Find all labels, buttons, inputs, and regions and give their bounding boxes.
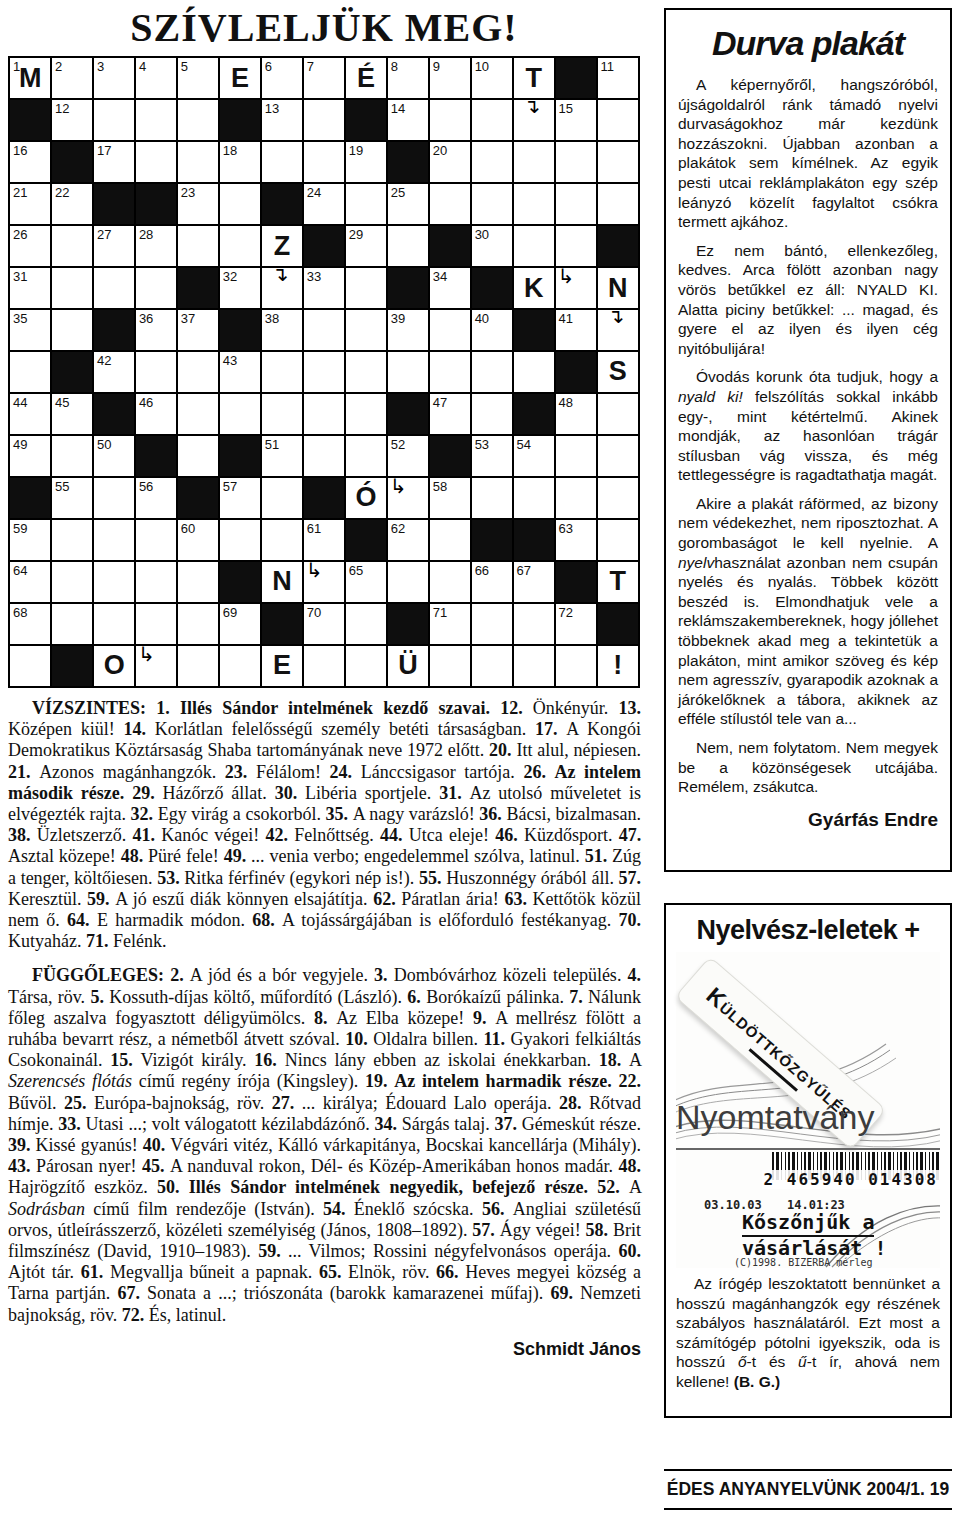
cell-r8c15[interactable]: S — [598, 352, 638, 392]
cell-r8c10[interactable] — [388, 352, 428, 392]
cell-r2c3[interactable] — [94, 100, 134, 140]
cell-r3c9[interactable]: 19 — [346, 142, 386, 182]
black-cell-r12c13 — [514, 520, 554, 560]
cell-number: 69 — [223, 605, 237, 620]
cell-r2c12[interactable] — [472, 100, 512, 140]
cell-r2c7[interactable]: 13 — [262, 100, 302, 140]
cell-r6c4[interactable] — [136, 268, 176, 308]
cell-r12c7[interactable] — [262, 520, 302, 560]
cell-r4c12[interactable] — [472, 184, 512, 224]
cell-r15c12[interactable] — [472, 646, 512, 686]
cell-r4c11[interactable] — [430, 184, 470, 224]
cell-number: 5 — [181, 59, 188, 74]
cell-r14c11[interactable]: 71 — [430, 604, 470, 644]
cell-r8c5[interactable] — [178, 352, 218, 392]
cell-number: 63 — [559, 521, 573, 536]
cell-r3c14[interactable] — [556, 142, 596, 182]
cell-r11c9[interactable]: Ó — [346, 478, 386, 518]
cell-r8c11[interactable] — [430, 352, 470, 392]
puzzle-title: SZÍVLELJÜK MEG! — [8, 4, 640, 51]
cell-r11c2[interactable]: 55 — [52, 478, 92, 518]
cell-r12c2[interactable] — [52, 520, 92, 560]
cell-r15c9[interactable] — [346, 646, 386, 686]
cell-number: 29 — [349, 227, 363, 242]
cell-number: 49 — [13, 437, 27, 452]
cell-r12c15[interactable] — [598, 520, 638, 560]
cell-number: 30 — [475, 227, 489, 242]
cell-number: 31 — [13, 269, 27, 284]
cell-number: 68 — [13, 605, 27, 620]
cell-r13c11[interactable] — [430, 562, 470, 602]
cell-r7c5[interactable]: 37 — [178, 310, 218, 350]
cell-r4c1[interactable]: 21 — [10, 184, 50, 224]
cell-r1c5[interactable]: 5 — [178, 58, 218, 98]
cell-r14c3[interactable] — [94, 604, 134, 644]
cell-letter: M — [19, 65, 42, 92]
cell-r10c10[interactable]: 52 — [388, 436, 428, 476]
article-nyelvesz-leletek: Nyelvész-leletek + KÜLDÖTTKŐZGYŰLÉS Nyom… — [664, 903, 952, 1418]
cell-r4c13[interactable] — [514, 184, 554, 224]
cell-number: 48 — [559, 395, 573, 410]
cell-r7c1[interactable]: 35 — [10, 310, 50, 350]
cell-r6c8[interactable]: 33 — [304, 268, 344, 308]
cell-r9c15[interactable] — [598, 394, 638, 434]
cell-r7c11[interactable] — [430, 310, 470, 350]
cell-number: 44 — [13, 395, 27, 410]
black-cell-r14c7 — [262, 604, 302, 644]
cell-r14c14[interactable]: 72 — [556, 604, 596, 644]
cell-r4c6[interactable] — [220, 184, 260, 224]
cell-letter: T — [610, 568, 627, 595]
article1-title: Durva plakát — [678, 24, 938, 63]
cell-r6c7[interactable]: ↴ — [262, 268, 302, 308]
cell-r3c7[interactable] — [262, 142, 302, 182]
cell-r2c11[interactable] — [430, 100, 470, 140]
black-cell-r4c7 — [262, 184, 302, 224]
cell-r5c1[interactable]: 26 — [10, 226, 50, 266]
cell-r10c8[interactable] — [304, 436, 344, 476]
black-cell-r2c9 — [346, 100, 386, 140]
cell-number: 22 — [55, 185, 69, 200]
direction-arrow-icon: ↴ — [272, 264, 289, 284]
cell-letter: ! — [613, 652, 622, 679]
article1-paragraph: Nem, nem folytatom. Nem megyek be a közö… — [678, 738, 938, 797]
cell-r10c1[interactable]: 49 — [10, 436, 50, 476]
cell-r1c6[interactable]: E — [220, 58, 260, 98]
clues-section: VÍZSZINTES: 1. Illés Sándor intelmének k… — [8, 698, 641, 1373]
cell-r11c11[interactable]: 58 — [430, 478, 470, 518]
black-cell-r15c2 — [52, 646, 92, 686]
cell-r8c7[interactable] — [262, 352, 302, 392]
cell-number: 40 — [475, 311, 489, 326]
black-cell-r6c10 — [388, 268, 428, 308]
cell-r14c2[interactable] — [52, 604, 92, 644]
cell-r5c10[interactable] — [388, 226, 428, 266]
article1-paragraph: Ez nem bántó, ellenkezőleg, kedves. Arca… — [678, 241, 938, 359]
black-cell-r5c8 — [304, 226, 344, 266]
cell-r1c1[interactable]: 1M — [10, 58, 50, 98]
cell-number: 28 — [139, 227, 153, 242]
black-cell-r10c11 — [430, 436, 470, 476]
cell-r9c4[interactable]: 46 — [136, 394, 176, 434]
cell-number: 50 — [97, 437, 111, 452]
cell-r13c13[interactable]: 67 — [514, 562, 554, 602]
cell-r12c10[interactable]: 62 — [388, 520, 428, 560]
cell-r10c14[interactable] — [556, 436, 596, 476]
cell-r14c12[interactable] — [472, 604, 512, 644]
cell-r11c7[interactable] — [262, 478, 302, 518]
cell-r3c15[interactable] — [598, 142, 638, 182]
cell-r14c13[interactable] — [514, 604, 554, 644]
receipt-line-1: Kőszőnjűk a — [742, 1210, 874, 1237]
article2-paragraph: Az írógép leszoktatott bennünket a hossz… — [676, 1274, 940, 1392]
cell-r7c9[interactable] — [346, 310, 386, 350]
receipt-scan-image: KÜLDÖTTKŐZGYŰLÉS Nyomtatvány 2 465940 01… — [676, 952, 940, 1268]
black-cell-r2c1 — [10, 100, 50, 140]
cell-r9c14[interactable]: 48 — [556, 394, 596, 434]
cell-r7c7[interactable]: 38 — [262, 310, 302, 350]
cell-r7c12[interactable]: 40 — [472, 310, 512, 350]
cell-r1c15[interactable]: 11 — [598, 58, 638, 98]
black-cell-r13c14 — [556, 562, 596, 602]
cell-r9c12[interactable] — [472, 394, 512, 434]
cell-letter: Ó — [355, 484, 376, 511]
black-cell-r1c14 — [556, 58, 596, 98]
cell-r5c12[interactable]: 30 — [472, 226, 512, 266]
cell-number: 15 — [559, 101, 573, 116]
cell-r5c7[interactable]: Z — [262, 226, 302, 266]
cell-r1c8[interactable]: 7 — [304, 58, 344, 98]
cell-r15c15[interactable]: ! — [598, 646, 638, 686]
cell-r1c10[interactable]: 8 — [388, 58, 428, 98]
cell-r2c15[interactable] — [598, 100, 638, 140]
black-cell-r7c6 — [220, 310, 260, 350]
cell-r11c14[interactable] — [556, 478, 596, 518]
cell-r2c13[interactable]: ↴ — [514, 100, 554, 140]
cell-r9c6[interactable] — [220, 394, 260, 434]
black-cell-r9c13 — [514, 394, 554, 434]
cell-r7c2[interactable] — [52, 310, 92, 350]
cell-r10c13[interactable]: 54 — [514, 436, 554, 476]
cell-number: 56 — [139, 479, 153, 494]
cell-r4c5[interactable]: 23 — [178, 184, 218, 224]
cell-number: 25 — [391, 185, 405, 200]
cell-r13c2[interactable] — [52, 562, 92, 602]
cell-r8c12[interactable] — [472, 352, 512, 392]
cell-r15c4[interactable]: ↳ — [136, 646, 176, 686]
cell-r1c2[interactable]: 2 — [52, 58, 92, 98]
cell-r8c8[interactable] — [304, 352, 344, 392]
cell-number: 55 — [55, 479, 69, 494]
cell-r5c13[interactable] — [514, 226, 554, 266]
cell-r9c1[interactable]: 44 — [10, 394, 50, 434]
cell-r2c4[interactable] — [136, 100, 176, 140]
cell-number: 58 — [433, 479, 447, 494]
cell-r5c5[interactable] — [178, 226, 218, 266]
cell-number: 3 — [97, 59, 104, 74]
cell-r8c13[interactable] — [514, 352, 554, 392]
cell-r13c9[interactable]: 65 — [346, 562, 386, 602]
cell-r4c9[interactable] — [346, 184, 386, 224]
cell-number: 71 — [433, 605, 447, 620]
cell-r1c9[interactable]: É — [346, 58, 386, 98]
cell-r8c6[interactable]: 43 — [220, 352, 260, 392]
cell-r8c9[interactable] — [346, 352, 386, 392]
cell-number: 8 — [391, 59, 398, 74]
cell-r12c6[interactable] — [220, 520, 260, 560]
cell-number: 65 — [349, 563, 363, 578]
cell-r2c10[interactable]: 14 — [388, 100, 428, 140]
cell-number: 35 — [13, 311, 27, 326]
black-cell-r10c6 — [220, 436, 260, 476]
receipt-footer: (C)1998. BIZERBA mérleg — [734, 1257, 872, 1268]
black-cell-r4c3 — [94, 184, 134, 224]
cell-r6c2[interactable] — [52, 268, 92, 308]
cell-r15c6[interactable] — [220, 646, 260, 686]
cell-r15c14[interactable] — [556, 646, 596, 686]
black-cell-r8c2 — [52, 352, 92, 392]
cell-r15c8[interactable] — [304, 646, 344, 686]
cell-r1c11[interactable]: 9 — [430, 58, 470, 98]
cell-r1c7[interactable]: 6 — [262, 58, 302, 98]
cell-r4c8[interactable]: 24 — [304, 184, 344, 224]
black-cell-r11c8 — [304, 478, 344, 518]
cell-number: 38 — [265, 311, 279, 326]
cell-r12c3[interactable] — [94, 520, 134, 560]
cell-r15c11[interactable] — [430, 646, 470, 686]
black-cell-r5c15 — [598, 226, 638, 266]
cell-r8c1[interactable] — [10, 352, 50, 392]
cell-r6c6[interactable]: 32 — [220, 268, 260, 308]
cell-number: 14 — [391, 101, 405, 116]
article1-body: A képernyőről, hangszóróból, újságoldalr… — [678, 75, 938, 797]
cell-r2c14[interactable]: 15 — [556, 100, 596, 140]
direction-arrow-icon: ↴ — [608, 306, 625, 326]
cell-r3c5[interactable] — [178, 142, 218, 182]
cell-r4c14[interactable] — [556, 184, 596, 224]
cell-letter: E — [273, 652, 291, 679]
cell-r12c4[interactable] — [136, 520, 176, 560]
cell-r7c14[interactable]: 41 — [556, 310, 596, 350]
cell-r8c4[interactable] — [136, 352, 176, 392]
cell-number: 19 — [349, 143, 363, 158]
cell-r11c13[interactable] — [514, 478, 554, 518]
cell-number: 21 — [13, 185, 27, 200]
cell-r10c5[interactable] — [178, 436, 218, 476]
cell-letter: O — [104, 652, 125, 679]
cell-r3c8[interactable] — [304, 142, 344, 182]
cell-r9c11[interactable]: 47 — [430, 394, 470, 434]
cell-r11c3[interactable] — [94, 478, 134, 518]
cell-r5c14[interactable] — [556, 226, 596, 266]
cell-r9c9[interactable] — [346, 394, 386, 434]
cell-r3c6[interactable]: 18 — [220, 142, 260, 182]
cell-number: 27 — [97, 227, 111, 242]
cell-number: 47 — [433, 395, 447, 410]
article1-paragraph: A képernyőről, hangszóróból, újságoldalr… — [678, 75, 938, 232]
cell-r14c6[interactable]: 69 — [220, 604, 260, 644]
cell-r7c15[interactable]: ↴ — [598, 310, 638, 350]
cell-r14c8[interactable]: 70 — [304, 604, 344, 644]
cell-number: 17 — [97, 143, 111, 158]
down-clues: FÜGGŐLEGES: 2. A jód és a bór vegyjele. … — [8, 965, 641, 1325]
cell-r6c11[interactable]: 34 — [430, 268, 470, 308]
cell-r10c15[interactable] — [598, 436, 638, 476]
cell-number: 61 — [307, 521, 321, 536]
cell-number: 20 — [433, 143, 447, 158]
cell-r15c3[interactable]: O — [94, 646, 134, 686]
cell-r5c6[interactable] — [220, 226, 260, 266]
cell-r10c3[interactable]: 50 — [94, 436, 134, 476]
cell-r13c15[interactable]: T — [598, 562, 638, 602]
cell-number: 53 — [475, 437, 489, 452]
cell-r5c3[interactable]: 27 — [94, 226, 134, 266]
cell-r11c6[interactable]: 57 — [220, 478, 260, 518]
cell-r10c7[interactable]: 51 — [262, 436, 302, 476]
cell-letter: E — [231, 65, 249, 92]
cell-r9c5[interactable] — [178, 394, 218, 434]
cell-r5c4[interactable]: 28 — [136, 226, 176, 266]
cell-r6c9[interactable] — [346, 268, 386, 308]
cell-number: 67 — [517, 563, 531, 578]
cell-r15c5[interactable] — [178, 646, 218, 686]
cell-r9c2[interactable]: 45 — [52, 394, 92, 434]
black-cell-r12c12 — [472, 520, 512, 560]
cell-r6c1[interactable]: 31 — [10, 268, 50, 308]
cell-r6c15[interactable]: N — [598, 268, 638, 308]
scan-divider-line — [676, 1148, 940, 1150]
cell-r6c14[interactable]: ↳ — [556, 268, 596, 308]
cell-r4c10[interactable]: 25 — [388, 184, 428, 224]
cell-r15c1[interactable] — [10, 646, 50, 686]
direction-arrow-icon: ↳ — [306, 560, 323, 580]
cell-r14c1[interactable]: 68 — [10, 604, 50, 644]
cell-r11c4[interactable]: 56 — [136, 478, 176, 518]
cell-r7c4[interactable]: 36 — [136, 310, 176, 350]
cell-r10c9[interactable] — [346, 436, 386, 476]
black-cell-r7c13 — [514, 310, 554, 350]
cell-r13c5[interactable] — [178, 562, 218, 602]
cell-r9c7[interactable] — [262, 394, 302, 434]
black-cell-r5c11 — [430, 226, 470, 266]
printed-matter-text: Nyomtatvány — [676, 1098, 874, 1137]
black-cell-r7c3 — [94, 310, 134, 350]
cell-number: 23 — [181, 185, 195, 200]
cell-number: 39 — [391, 311, 405, 326]
cell-r2c2[interactable]: 12 — [52, 100, 92, 140]
cell-r3c12[interactable] — [472, 142, 512, 182]
article-durva-plakat: Durva plakát A képernyőről, hangszóróból… — [664, 8, 952, 872]
cell-r15c13[interactable] — [514, 646, 554, 686]
cell-r4c15[interactable] — [598, 184, 638, 224]
cell-r3c3[interactable]: 17 — [94, 142, 134, 182]
cell-r13c8[interactable]: ↳ — [304, 562, 344, 602]
black-cell-r8c14 — [556, 352, 596, 392]
black-cell-r14c15 — [598, 604, 638, 644]
article2-title: Nyelvész-leletek + — [676, 915, 940, 946]
cell-r5c9[interactable]: 29 — [346, 226, 386, 266]
cell-r10c12[interactable]: 53 — [472, 436, 512, 476]
across-clues: VÍZSZINTES: 1. Illés Sándor intelmének k… — [8, 698, 641, 952]
cell-number: 18 — [223, 143, 237, 158]
cell-r14c4[interactable] — [136, 604, 176, 644]
cell-number: 66 — [475, 563, 489, 578]
cell-r12c14[interactable]: 63 — [556, 520, 596, 560]
cell-number: 12 — [55, 101, 69, 116]
cell-r14c9[interactable] — [346, 604, 386, 644]
cell-number: 45 — [55, 395, 69, 410]
cell-r1c3[interactable]: 3 — [94, 58, 134, 98]
cell-number: 43 — [223, 353, 237, 368]
cell-r2c5[interactable] — [178, 100, 218, 140]
cell-number: 26 — [13, 227, 27, 242]
cell-r9c8[interactable] — [304, 394, 344, 434]
cell-letter: N — [608, 275, 628, 302]
cell-r1c4[interactable]: 4 — [136, 58, 176, 98]
cell-number: 9 — [433, 59, 440, 74]
black-cell-r14c10 — [388, 604, 428, 644]
cell-r4c2[interactable]: 22 — [52, 184, 92, 224]
cell-r7c10[interactable]: 39 — [388, 310, 428, 350]
puzzle-author: Schmidt János — [8, 1339, 641, 1360]
cell-r6c3[interactable] — [94, 268, 134, 308]
cell-r11c15[interactable] — [598, 478, 638, 518]
cell-r10c2[interactable] — [52, 436, 92, 476]
cell-r11c12[interactable] — [472, 478, 512, 518]
cell-number: 41 — [559, 311, 573, 326]
cell-number: 62 — [391, 521, 405, 536]
cell-r5c2[interactable] — [52, 226, 92, 266]
cell-r1c12[interactable]: 10 — [472, 58, 512, 98]
cell-r12c5[interactable]: 60 — [178, 520, 218, 560]
cell-number: 72 — [559, 605, 573, 620]
cell-r2c8[interactable] — [304, 100, 344, 140]
cell-letter: K — [524, 275, 544, 302]
cell-r8c3[interactable]: 42 — [94, 352, 134, 392]
cell-r12c8[interactable]: 61 — [304, 520, 344, 560]
cell-r3c4[interactable] — [136, 142, 176, 182]
cell-r12c11[interactable] — [430, 520, 470, 560]
cell-r11c10[interactable]: ↳ — [388, 478, 428, 518]
cell-r1c13[interactable]: T — [514, 58, 554, 98]
cell-r15c7[interactable]: E — [262, 646, 302, 686]
cell-r3c13[interactable] — [514, 142, 554, 182]
black-cell-r9c10 — [388, 394, 428, 434]
cell-number: 11 — [601, 59, 615, 74]
cell-number: 59 — [13, 521, 27, 536]
cell-number: 52 — [391, 437, 405, 452]
cell-r13c1[interactable]: 64 — [10, 562, 50, 602]
cell-r15c10[interactable]: Ü — [388, 646, 428, 686]
cell-r13c10[interactable] — [388, 562, 428, 602]
cell-r13c4[interactable] — [136, 562, 176, 602]
cell-r13c12[interactable]: 66 — [472, 562, 512, 602]
cell-r13c3[interactable] — [94, 562, 134, 602]
black-cell-r3c10 — [388, 142, 428, 182]
cell-r14c5[interactable] — [178, 604, 218, 644]
cell-r6c13[interactable]: K — [514, 268, 554, 308]
cell-r12c1[interactable]: 59 — [10, 520, 50, 560]
black-cell-r2c6 — [220, 100, 260, 140]
cell-r13c7[interactable]: N — [262, 562, 302, 602]
cell-number: 16 — [13, 143, 27, 158]
cell-r3c11[interactable]: 20 — [430, 142, 470, 182]
cell-letter: S — [609, 358, 627, 385]
cell-number: 42 — [97, 353, 111, 368]
cell-r3c1[interactable]: 16 — [10, 142, 50, 182]
cell-r7c8[interactable] — [304, 310, 344, 350]
direction-arrow-icon: ↳ — [558, 266, 575, 286]
